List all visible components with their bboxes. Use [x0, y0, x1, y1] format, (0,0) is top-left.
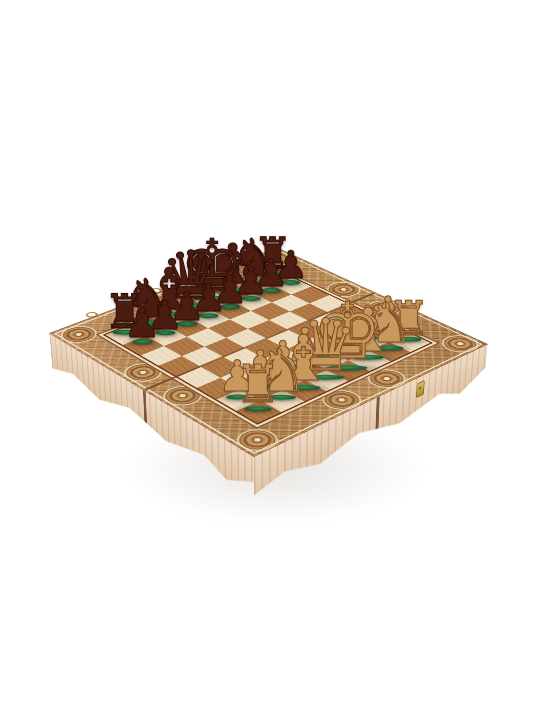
rosette-icon: [257, 250, 298, 267]
brass-eyelet-icon: [148, 287, 164, 294]
rosette-icon: [57, 324, 102, 345]
brass-latch-icon: [416, 380, 425, 398]
product-photo: ♜♞♟♝♟♚♟♛♟♝♟♞♟♟♜♟♟♜♟♟♞♟♝♟♚♟♛♟♝♟♞♜: [0, 0, 540, 720]
brass-eyelet-icon: [84, 311, 100, 318]
